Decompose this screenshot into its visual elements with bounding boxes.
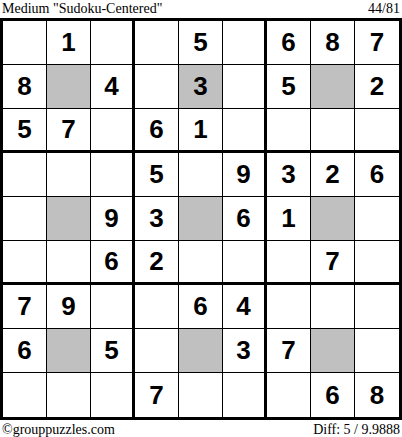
cell-r3c4[interactable]: 6 <box>135 109 179 153</box>
cell-r5c4[interactable]: 3 <box>135 197 179 241</box>
cell-r7c2[interactable]: 9 <box>47 285 91 329</box>
cell-r9c6[interactable] <box>223 373 267 417</box>
cell-r4c3[interactable] <box>91 153 135 197</box>
cell-r1c4[interactable] <box>135 21 179 65</box>
cell-r2c2[interactable] <box>47 65 91 109</box>
cell-r2c5[interactable]: 3 <box>179 65 223 109</box>
cell-r4c4[interactable]: 5 <box>135 153 179 197</box>
cell-r6c4[interactable]: 2 <box>135 241 179 285</box>
cell-r6c7[interactable] <box>267 241 311 285</box>
cell-r2c8[interactable] <box>311 65 355 109</box>
cell-r3c1[interactable]: 5 <box>3 109 47 153</box>
cell-r8c3[interactable]: 5 <box>91 329 135 373</box>
cell-r6c8[interactable]: 7 <box>311 241 355 285</box>
cell-r7c9[interactable] <box>355 285 399 329</box>
cell-r4c2[interactable] <box>47 153 91 197</box>
cell-r2c7[interactable]: 5 <box>267 65 311 109</box>
cell-r3c2[interactable]: 7 <box>47 109 91 153</box>
cell-r6c1[interactable] <box>3 241 47 285</box>
cell-r6c2[interactable] <box>47 241 91 285</box>
cell-r8c5[interactable] <box>179 329 223 373</box>
sudoku-board: 1568784352576159326936162779646537768 <box>0 18 402 420</box>
cell-r9c5[interactable] <box>179 373 223 417</box>
cell-r5c7[interactable]: 1 <box>267 197 311 241</box>
cell-r3c7[interactable] <box>267 109 311 153</box>
cell-r8c2[interactable] <box>47 329 91 373</box>
cell-r4c8[interactable]: 2 <box>311 153 355 197</box>
cell-r5c1[interactable] <box>3 197 47 241</box>
cell-r2c9[interactable]: 2 <box>355 65 399 109</box>
cell-r2c6[interactable] <box>223 65 267 109</box>
cell-r8c7[interactable]: 7 <box>267 329 311 373</box>
cell-r1c3[interactable] <box>91 21 135 65</box>
cell-r3c6[interactable] <box>223 109 267 153</box>
cell-r5c5[interactable] <box>179 197 223 241</box>
cell-r5c3[interactable]: 9 <box>91 197 135 241</box>
cell-r2c3[interactable]: 4 <box>91 65 135 109</box>
difficulty-text: Diff: 5 / 9.9888 <box>313 423 400 437</box>
cell-r7c3[interactable] <box>91 285 135 329</box>
cell-r8c8[interactable] <box>311 329 355 373</box>
cell-r6c9[interactable] <box>355 241 399 285</box>
cell-r4c6[interactable]: 9 <box>223 153 267 197</box>
page-title: Medium "Sudoku-Centered" <box>2 2 162 16</box>
cell-r4c5[interactable] <box>179 153 223 197</box>
cell-r8c6[interactable]: 3 <box>223 329 267 373</box>
cell-r5c6[interactable]: 6 <box>223 197 267 241</box>
cell-r6c6[interactable] <box>223 241 267 285</box>
cell-r1c5[interactable]: 5 <box>179 21 223 65</box>
cell-r2c4[interactable] <box>135 65 179 109</box>
cell-r3c5[interactable]: 1 <box>179 109 223 153</box>
cell-r1c2[interactable]: 1 <box>47 21 91 65</box>
cell-r8c9[interactable] <box>355 329 399 373</box>
cell-r5c9[interactable] <box>355 197 399 241</box>
cell-r1c6[interactable] <box>223 21 267 65</box>
cell-r5c8[interactable] <box>311 197 355 241</box>
cell-r1c8[interactable]: 8 <box>311 21 355 65</box>
sudoku-page: Medium "Sudoku-Centered" 44/81 156878435… <box>0 0 402 437</box>
cell-r8c1[interactable]: 6 <box>3 329 47 373</box>
cell-r8c4[interactable] <box>135 329 179 373</box>
header: Medium "Sudoku-Centered" 44/81 <box>0 0 402 18</box>
cell-r9c1[interactable] <box>3 373 47 417</box>
cell-r4c7[interactable]: 3 <box>267 153 311 197</box>
cell-r9c3[interactable] <box>91 373 135 417</box>
cell-r7c5[interactable]: 6 <box>179 285 223 329</box>
cell-r3c3[interactable] <box>91 109 135 153</box>
cell-r1c9[interactable]: 7 <box>355 21 399 65</box>
cell-r3c9[interactable] <box>355 109 399 153</box>
cell-r9c8[interactable]: 6 <box>311 373 355 417</box>
progress-counter: 44/81 <box>368 2 400 16</box>
cell-r4c1[interactable] <box>3 153 47 197</box>
cell-r2c1[interactable]: 8 <box>3 65 47 109</box>
cell-r7c4[interactable] <box>135 285 179 329</box>
cell-r9c9[interactable]: 8 <box>355 373 399 417</box>
cell-r7c1[interactable]: 7 <box>3 285 47 329</box>
cell-r1c7[interactable]: 6 <box>267 21 311 65</box>
cell-r9c4[interactable]: 7 <box>135 373 179 417</box>
cell-r7c6[interactable]: 4 <box>223 285 267 329</box>
footer: ©grouppuzzles.com Diff: 5 / 9.9888 <box>0 420 402 437</box>
cell-r6c5[interactable] <box>179 241 223 285</box>
cell-r1c1[interactable] <box>3 21 47 65</box>
cell-r6c3[interactable]: 6 <box>91 241 135 285</box>
cell-r3c8[interactable] <box>311 109 355 153</box>
cell-r9c7[interactable] <box>267 373 311 417</box>
cell-r7c8[interactable] <box>311 285 355 329</box>
cell-r7c7[interactable] <box>267 285 311 329</box>
cell-r9c2[interactable] <box>47 373 91 417</box>
cell-r5c2[interactable] <box>47 197 91 241</box>
cell-r4c9[interactable]: 6 <box>355 153 399 197</box>
copyright-text: ©grouppuzzles.com <box>2 423 115 437</box>
